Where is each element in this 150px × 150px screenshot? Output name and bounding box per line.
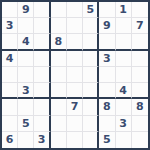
cell-r2c1[interactable]: 3 [2,18,18,34]
cell-r2c8[interactable] [116,18,132,34]
cell-r9c5[interactable] [67,132,83,148]
cell-r7c9[interactable]: 8 [132,99,148,115]
cell-r8c8[interactable]: 3 [116,116,132,132]
cell-r4c6[interactable] [83,51,99,67]
cell-r3c3[interactable] [34,34,50,50]
cell-r4c5[interactable] [67,51,83,67]
cell-r4c3[interactable] [34,51,50,67]
cell-r9c1[interactable]: 6 [2,132,18,148]
cell-r1c3[interactable] [34,2,50,18]
cell-r6c4[interactable] [51,83,67,99]
cell-r7c4[interactable] [51,99,67,115]
cell-r8c1[interactable] [2,116,18,132]
cell-r1c8[interactable]: 1 [116,2,132,18]
cell-r2c4[interactable] [51,18,67,34]
cell-r1c7[interactable] [99,2,115,18]
cell-r6c1[interactable] [2,83,18,99]
cell-r8c3[interactable] [34,116,50,132]
cell-r3c4[interactable]: 8 [51,34,67,50]
cell-r8c7[interactable] [99,116,115,132]
cell-r4c4[interactable] [51,51,67,67]
cell-r5c5[interactable] [67,67,83,83]
cell-r4c2[interactable] [18,51,34,67]
cell-r3c1[interactable] [2,34,18,50]
cell-r2c7[interactable]: 9 [99,18,115,34]
cell-r9c2[interactable] [18,132,34,148]
cell-r9c9[interactable] [132,132,148,148]
cell-r5c2[interactable] [18,67,34,83]
cell-r4c7[interactable]: 3 [99,51,115,67]
cell-r6c7[interactable] [99,83,115,99]
cell-r1c1[interactable] [2,2,18,18]
cell-r4c1[interactable]: 4 [2,51,18,67]
cell-r5c1[interactable] [2,67,18,83]
cell-r6c5[interactable] [67,83,83,99]
cell-r8c6[interactable] [83,116,99,132]
cell-r1c4[interactable] [51,2,67,18]
cell-r6c3[interactable] [34,83,50,99]
cell-r8c4[interactable] [51,116,67,132]
cell-r2c6[interactable] [83,18,99,34]
cell-r7c7[interactable]: 8 [99,99,115,115]
cell-r5c9[interactable] [132,67,148,83]
cell-r6c2[interactable]: 3 [18,83,34,99]
cell-r4c8[interactable] [116,51,132,67]
cell-r7c6[interactable] [83,99,99,115]
cell-r4c9[interactable] [132,51,148,67]
cell-r8c5[interactable] [67,116,83,132]
cell-r3c8[interactable] [116,34,132,50]
cell-r1c6[interactable]: 5 [83,2,99,18]
cell-r8c9[interactable] [132,116,148,132]
cell-r7c5[interactable]: 7 [67,99,83,115]
cell-r8c2[interactable]: 5 [18,116,34,132]
cell-r9c8[interactable] [116,132,132,148]
cell-r7c2[interactable] [18,99,34,115]
cell-r7c1[interactable] [2,99,18,115]
cell-r5c6[interactable] [83,67,99,83]
cell-r3c7[interactable] [99,34,115,50]
cell-r9c4[interactable] [51,132,67,148]
cell-r6c6[interactable] [83,83,99,99]
cell-r9c7[interactable]: 5 [99,132,115,148]
cell-r2c3[interactable] [34,18,50,34]
cell-r7c3[interactable] [34,99,50,115]
cell-r1c5[interactable] [67,2,83,18]
cell-r5c7[interactable] [99,67,115,83]
cell-r6c9[interactable] [132,83,148,99]
cell-r5c4[interactable] [51,67,67,83]
cell-r3c5[interactable] [67,34,83,50]
cell-r3c9[interactable] [132,34,148,50]
cell-r5c8[interactable] [116,67,132,83]
cell-r2c9[interactable]: 7 [132,18,148,34]
cell-r6c8[interactable]: 4 [116,83,132,99]
cell-r2c5[interactable] [67,18,83,34]
cell-r5c3[interactable] [34,67,50,83]
cell-r1c9[interactable] [132,2,148,18]
cell-r7c8[interactable] [116,99,132,115]
cell-r9c6[interactable] [83,132,99,148]
sudoku-board: 95139748433478853635 [0,0,150,150]
cell-r2c2[interactable] [18,18,34,34]
cell-r1c2[interactable]: 9 [18,2,34,18]
cell-r3c6[interactable] [83,34,99,50]
cell-r9c3[interactable]: 3 [34,132,50,148]
cell-r3c2[interactable]: 4 [18,34,34,50]
